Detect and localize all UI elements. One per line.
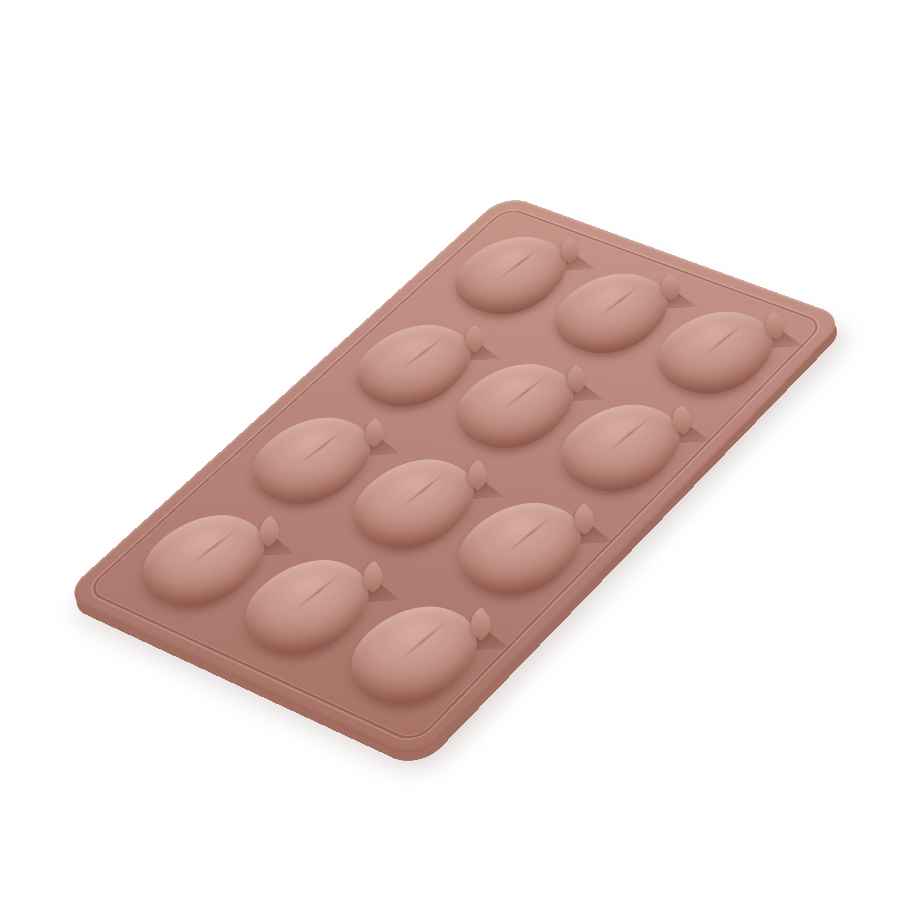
photo-canvas (0, 0, 900, 900)
chocolate-mold (61, 194, 847, 762)
